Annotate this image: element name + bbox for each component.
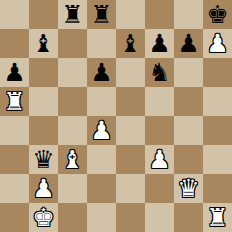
- piece-black-rook-c8[interactable]: ♜: [61, 0, 83, 29]
- square-a5[interactable]: ♜: [0, 87, 29, 116]
- piece-black-rook-d8[interactable]: ♜: [90, 0, 112, 29]
- square-d7[interactable]: [87, 29, 116, 58]
- piece-white-king-b1[interactable]: ♚: [32, 203, 54, 232]
- square-g5[interactable]: [174, 87, 203, 116]
- square-h3[interactable]: [203, 145, 232, 174]
- square-d2[interactable]: [87, 174, 116, 203]
- square-a4[interactable]: [0, 116, 29, 145]
- square-b3[interactable]: ♛: [29, 145, 58, 174]
- piece-white-bishop-c3[interactable]: ♝: [61, 145, 83, 174]
- piece-black-pawn-g7[interactable]: ♟: [177, 29, 199, 58]
- square-h2[interactable]: [203, 174, 232, 203]
- square-c5[interactable]: [58, 87, 87, 116]
- square-h4[interactable]: [203, 116, 232, 145]
- square-c7[interactable]: [58, 29, 87, 58]
- square-g7[interactable]: ♟: [174, 29, 203, 58]
- square-f8[interactable]: [145, 0, 174, 29]
- square-b1[interactable]: ♚: [29, 203, 58, 232]
- square-b6[interactable]: [29, 58, 58, 87]
- square-h5[interactable]: [203, 87, 232, 116]
- square-f7[interactable]: ♟: [145, 29, 174, 58]
- piece-white-pawn-b2[interactable]: ♟: [32, 174, 54, 203]
- square-b5[interactable]: [29, 87, 58, 116]
- piece-white-pawn-f3[interactable]: ♟: [148, 145, 170, 174]
- square-f6[interactable]: ♞: [145, 58, 174, 87]
- square-e5[interactable]: [116, 87, 145, 116]
- square-c6[interactable]: [58, 58, 87, 87]
- piece-white-rook-a5[interactable]: ♜: [3, 87, 25, 116]
- piece-white-pawn-h7[interactable]: ♟: [206, 29, 228, 58]
- chess-board: ♜♜♚♝♝♟♟♟♟♟♞♜♟♛♝♟♟♛♚♜: [0, 0, 232, 232]
- piece-white-pawn-d4[interactable]: ♟: [90, 116, 112, 145]
- square-f1[interactable]: [145, 203, 174, 232]
- square-g3[interactable]: [174, 145, 203, 174]
- square-d3[interactable]: [87, 145, 116, 174]
- square-d8[interactable]: ♜: [87, 0, 116, 29]
- square-a3[interactable]: [0, 145, 29, 174]
- square-c8[interactable]: ♜: [58, 0, 87, 29]
- piece-black-pawn-d6[interactable]: ♟: [90, 58, 112, 87]
- square-c4[interactable]: [58, 116, 87, 145]
- square-e3[interactable]: [116, 145, 145, 174]
- piece-black-bishop-e7[interactable]: ♝: [119, 29, 141, 58]
- square-b4[interactable]: [29, 116, 58, 145]
- square-f3[interactable]: ♟: [145, 145, 174, 174]
- piece-white-rook-h1[interactable]: ♜: [206, 203, 228, 232]
- piece-black-king-h8[interactable]: ♚: [206, 0, 228, 29]
- square-a2[interactable]: [0, 174, 29, 203]
- square-a8[interactable]: [0, 0, 29, 29]
- square-c1[interactable]: [58, 203, 87, 232]
- piece-black-knight-f6[interactable]: ♞: [148, 58, 170, 87]
- square-h1[interactable]: ♜: [203, 203, 232, 232]
- piece-black-bishop-b7[interactable]: ♝: [32, 29, 54, 58]
- square-b2[interactable]: ♟: [29, 174, 58, 203]
- square-d6[interactable]: ♟: [87, 58, 116, 87]
- square-c3[interactable]: ♝: [58, 145, 87, 174]
- square-g4[interactable]: [174, 116, 203, 145]
- piece-black-pawn-a6[interactable]: ♟: [3, 58, 25, 87]
- square-f2[interactable]: [145, 174, 174, 203]
- square-h6[interactable]: [203, 58, 232, 87]
- square-f4[interactable]: [145, 116, 174, 145]
- square-e6[interactable]: [116, 58, 145, 87]
- square-f5[interactable]: [145, 87, 174, 116]
- piece-black-pawn-f7[interactable]: ♟: [148, 29, 170, 58]
- square-a7[interactable]: [0, 29, 29, 58]
- square-h7[interactable]: ♟: [203, 29, 232, 58]
- square-d4[interactable]: ♟: [87, 116, 116, 145]
- square-g8[interactable]: [174, 0, 203, 29]
- square-e8[interactable]: [116, 0, 145, 29]
- piece-white-queen-g2[interactable]: ♛: [177, 174, 199, 203]
- square-b8[interactable]: [29, 0, 58, 29]
- square-g6[interactable]: [174, 58, 203, 87]
- square-e2[interactable]: [116, 174, 145, 203]
- square-g2[interactable]: ♛: [174, 174, 203, 203]
- square-d5[interactable]: [87, 87, 116, 116]
- square-d1[interactable]: [87, 203, 116, 232]
- square-h8[interactable]: ♚: [203, 0, 232, 29]
- piece-black-queen-b3[interactable]: ♛: [32, 145, 54, 174]
- square-e1[interactable]: [116, 203, 145, 232]
- square-a1[interactable]: [0, 203, 29, 232]
- square-e4[interactable]: [116, 116, 145, 145]
- square-e7[interactable]: ♝: [116, 29, 145, 58]
- square-a6[interactable]: ♟: [0, 58, 29, 87]
- square-c2[interactable]: [58, 174, 87, 203]
- square-g1[interactable]: [174, 203, 203, 232]
- square-b7[interactable]: ♝: [29, 29, 58, 58]
